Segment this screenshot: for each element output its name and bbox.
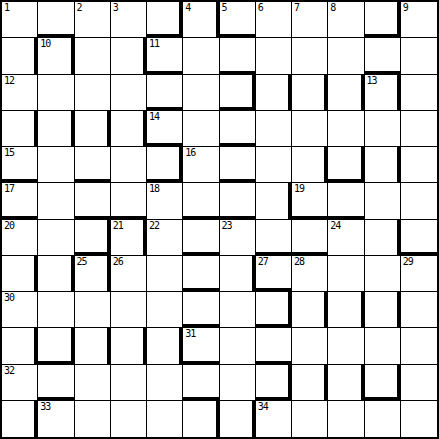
cell-r10-c11[interactable] xyxy=(401,365,437,401)
cell-r11-c4[interactable] xyxy=(147,401,183,437)
cell-r10-c2[interactable] xyxy=(75,365,111,401)
clue-number-19: 19 xyxy=(294,183,304,195)
cell-r4-c7[interactable] xyxy=(256,147,292,183)
clue-number-31: 31 xyxy=(185,328,195,340)
cell-r7-c2[interactable]: 25 xyxy=(75,256,111,292)
cell-r1-c5[interactable] xyxy=(183,38,219,74)
cell-r10-c8[interactable] xyxy=(292,365,328,401)
clue-number-27: 27 xyxy=(258,256,268,268)
cell-r8-c9[interactable] xyxy=(328,292,364,328)
clue-number-6: 6 xyxy=(258,2,263,14)
clue-number-3: 3 xyxy=(113,2,118,14)
cell-r7-c11[interactable]: 29 xyxy=(401,256,437,292)
clue-number-20: 20 xyxy=(4,220,14,232)
cell-r6-c5[interactable] xyxy=(183,220,219,256)
clue-number-26: 26 xyxy=(113,256,123,268)
cell-r3-c2[interactable] xyxy=(75,111,111,147)
cell-r6-c3[interactable]: 21 xyxy=(111,220,147,256)
cell-r2-c10[interactable]: 13 xyxy=(365,75,401,111)
clue-number-4: 4 xyxy=(185,2,190,14)
clue-number-23: 23 xyxy=(222,220,232,232)
cell-r7-c1[interactable] xyxy=(38,256,74,292)
cell-r2-c6[interactable] xyxy=(220,75,256,111)
cell-r8-c3[interactable] xyxy=(111,292,147,328)
clue-number-8: 8 xyxy=(330,2,335,14)
cell-r5-c3[interactable] xyxy=(111,183,147,219)
cell-r5-c8[interactable]: 19 xyxy=(292,183,328,219)
cell-r1-c10[interactable] xyxy=(365,38,401,74)
clue-number-18: 18 xyxy=(149,183,159,195)
cell-r3-c7[interactable] xyxy=(256,111,292,147)
cell-r3-c8[interactable] xyxy=(292,111,328,147)
cell-r8-c11[interactable] xyxy=(401,292,437,328)
cell-r11-c5[interactable] xyxy=(183,401,219,437)
clue-number-17: 17 xyxy=(4,183,14,195)
cell-r5-c6[interactable] xyxy=(220,183,256,219)
cell-r2-c3[interactable] xyxy=(111,75,147,111)
clue-number-16: 16 xyxy=(185,147,195,159)
cell-r3-c11[interactable] xyxy=(401,111,437,147)
cell-r9-c7[interactable] xyxy=(256,328,292,364)
cell-r1-c7[interactable] xyxy=(256,38,292,74)
cell-r6-c6[interactable]: 23 xyxy=(220,220,256,256)
cell-r9-c2[interactable] xyxy=(75,328,111,364)
cell-r8-c6[interactable] xyxy=(220,292,256,328)
cell-r6-c10[interactable] xyxy=(365,220,401,256)
cell-r3-c6[interactable] xyxy=(220,111,256,147)
cell-r0-c10[interactable] xyxy=(365,2,401,38)
cell-r7-c10[interactable] xyxy=(365,256,401,292)
cell-r4-c0[interactable]: 15 xyxy=(2,147,38,183)
cell-r9-c3[interactable] xyxy=(111,328,147,364)
cell-r7-c0[interactable] xyxy=(2,256,38,292)
cell-r0-c3[interactable]: 3 xyxy=(111,2,147,38)
cell-r4-c6[interactable] xyxy=(220,147,256,183)
cell-r1-c11[interactable] xyxy=(401,38,437,74)
cell-r5-c2[interactable] xyxy=(75,183,111,219)
clue-number-2: 2 xyxy=(77,2,82,14)
cell-r7-c6[interactable] xyxy=(220,256,256,292)
cell-r11-c8[interactable] xyxy=(292,401,328,437)
cell-r11-c9[interactable] xyxy=(328,401,364,437)
clue-number-11: 11 xyxy=(149,38,159,50)
cell-r5-c7[interactable] xyxy=(256,183,292,219)
cell-r0-c11[interactable]: 9 xyxy=(401,2,437,38)
cell-r2-c2[interactable] xyxy=(75,75,111,111)
cell-r6-c4[interactable]: 22 xyxy=(147,220,183,256)
cell-r2-c4[interactable] xyxy=(147,75,183,111)
cell-r0-c8[interactable]: 7 xyxy=(292,2,328,38)
cell-r1-c2[interactable] xyxy=(75,38,111,74)
cell-r8-c1[interactable] xyxy=(38,292,74,328)
cell-r4-c11[interactable] xyxy=(401,147,437,183)
clue-number-33: 33 xyxy=(40,401,50,413)
cell-r11-c7[interactable]: 34 xyxy=(256,401,292,437)
cell-r10-c0[interactable]: 32 xyxy=(2,365,38,401)
cell-r8-c10[interactable] xyxy=(365,292,401,328)
clue-number-15: 15 xyxy=(4,147,14,159)
cell-r6-c0[interactable]: 20 xyxy=(2,220,38,256)
clue-number-12: 12 xyxy=(4,75,14,87)
cell-r9-c4[interactable] xyxy=(147,328,183,364)
cell-r1-c4[interactable]: 11 xyxy=(147,38,183,74)
cell-r0-c1[interactable] xyxy=(38,2,74,38)
cell-r8-c2[interactable] xyxy=(75,292,111,328)
cell-r0-c4[interactable] xyxy=(147,2,183,38)
clue-number-32: 32 xyxy=(4,365,14,377)
cell-r5-c1[interactable] xyxy=(38,183,74,219)
cell-r0-c2[interactable]: 2 xyxy=(75,2,111,38)
clue-number-14: 14 xyxy=(149,111,159,123)
clue-number-9: 9 xyxy=(403,2,408,14)
clue-number-1: 1 xyxy=(4,2,9,14)
cell-r1-c3[interactable] xyxy=(111,38,147,74)
cell-r6-c8[interactable] xyxy=(292,220,328,256)
cell-r4-c1[interactable] xyxy=(38,147,74,183)
cell-r11-c2[interactable] xyxy=(75,401,111,437)
cell-r0-c7[interactable]: 6 xyxy=(256,2,292,38)
clue-number-13: 13 xyxy=(367,75,377,87)
clue-number-5: 5 xyxy=(222,2,227,14)
cell-r10-c3[interactable] xyxy=(111,365,147,401)
cell-r2-c7[interactable] xyxy=(256,75,292,111)
clue-number-24: 24 xyxy=(330,220,340,232)
cell-r10-c5[interactable] xyxy=(183,365,219,401)
cell-r11-c6[interactable] xyxy=(220,401,256,437)
cell-r3-c10[interactable] xyxy=(365,111,401,147)
cell-r4-c5[interactable]: 16 xyxy=(183,147,219,183)
cell-r9-c9[interactable] xyxy=(328,328,364,364)
cell-r4-c4[interactable] xyxy=(147,147,183,183)
cell-r8-c8[interactable] xyxy=(292,292,328,328)
cell-r2-c5[interactable] xyxy=(183,75,219,111)
cell-r4-c8[interactable] xyxy=(292,147,328,183)
cell-r8-c0[interactable]: 30 xyxy=(2,292,38,328)
clue-number-21: 21 xyxy=(113,220,123,232)
cell-r7-c7[interactable]: 27 xyxy=(256,256,292,292)
cell-r9-c6[interactable] xyxy=(220,328,256,364)
cell-r9-c10[interactable] xyxy=(365,328,401,364)
cell-r2-c9[interactable] xyxy=(328,75,364,111)
clue-number-34: 34 xyxy=(258,401,268,413)
cell-r6-c7[interactable] xyxy=(256,220,292,256)
cell-r10-c9[interactable] xyxy=(328,365,364,401)
cell-r1-c8[interactable] xyxy=(292,38,328,74)
cell-r9-c8[interactable] xyxy=(292,328,328,364)
clue-number-29: 29 xyxy=(403,256,413,268)
clue-number-25: 25 xyxy=(77,256,87,268)
cell-r6-c1[interactable] xyxy=(38,220,74,256)
cell-r3-c9[interactable] xyxy=(328,111,364,147)
cell-r2-c0[interactable]: 12 xyxy=(2,75,38,111)
cell-r5-c9[interactable] xyxy=(328,183,364,219)
crossword-page: 1234567891011121314151617181920212223242… xyxy=(0,0,439,439)
cell-r7-c9[interactable] xyxy=(328,256,364,292)
cell-r0-c0[interactable]: 1 xyxy=(2,2,38,38)
cell-r5-c0[interactable]: 17 xyxy=(2,183,38,219)
cell-r10-c4[interactable] xyxy=(147,365,183,401)
cell-r6-c2[interactable] xyxy=(75,220,111,256)
clue-number-28: 28 xyxy=(294,256,304,268)
cell-r3-c0[interactable] xyxy=(2,111,38,147)
cell-r8-c7[interactable] xyxy=(256,292,292,328)
cell-r4-c3[interactable] xyxy=(111,147,147,183)
cell-r9-c0[interactable] xyxy=(2,328,38,364)
cell-r2-c11[interactable] xyxy=(401,75,437,111)
cell-r1-c9[interactable] xyxy=(328,38,364,74)
clue-number-30: 30 xyxy=(4,292,14,304)
cell-r0-c9[interactable]: 8 xyxy=(328,2,364,38)
cell-r7-c4[interactable] xyxy=(147,256,183,292)
cell-r7-c3[interactable]: 26 xyxy=(111,256,147,292)
cell-r9-c1[interactable] xyxy=(38,328,74,364)
cell-r11-c1[interactable]: 33 xyxy=(38,401,74,437)
cell-r1-c0[interactable] xyxy=(2,38,38,74)
cell-r10-c1[interactable] xyxy=(38,365,74,401)
cell-r1-c1[interactable]: 10 xyxy=(38,38,74,74)
cell-r0-c5[interactable]: 4 xyxy=(183,2,219,38)
cell-r10-c7[interactable] xyxy=(256,365,292,401)
cell-r3-c5[interactable] xyxy=(183,111,219,147)
clue-number-7: 7 xyxy=(294,2,299,14)
cell-r8-c4[interactable] xyxy=(147,292,183,328)
cell-r9-c5[interactable]: 31 xyxy=(183,328,219,364)
cell-r5-c5[interactable] xyxy=(183,183,219,219)
clue-number-10: 10 xyxy=(40,38,50,50)
cell-r5-c11[interactable] xyxy=(401,183,437,219)
cell-r5-c4[interactable]: 18 xyxy=(147,183,183,219)
cell-r11-c0[interactable] xyxy=(2,401,38,437)
clue-number-22: 22 xyxy=(149,220,159,232)
cell-r0-c6[interactable]: 5 xyxy=(220,2,256,38)
cell-r1-c6[interactable] xyxy=(220,38,256,74)
cell-r11-c10[interactable] xyxy=(365,401,401,437)
cell-r4-c9[interactable] xyxy=(328,147,364,183)
cell-r3-c1[interactable] xyxy=(38,111,74,147)
cell-r6-c11[interactable] xyxy=(401,220,437,256)
crossword-grid: 1234567891011121314151617181920212223242… xyxy=(0,0,439,439)
cell-r9-c11[interactable] xyxy=(401,328,437,364)
cell-r4-c2[interactable] xyxy=(75,147,111,183)
cell-r3-c4[interactable]: 14 xyxy=(147,111,183,147)
cell-r8-c5[interactable] xyxy=(183,292,219,328)
cell-r2-c8[interactable] xyxy=(292,75,328,111)
cell-r6-c9[interactable]: 24 xyxy=(328,220,364,256)
cell-r5-c10[interactable] xyxy=(365,183,401,219)
cell-r7-c8[interactable]: 28 xyxy=(292,256,328,292)
cell-r10-c6[interactable] xyxy=(220,365,256,401)
cell-r11-c3[interactable] xyxy=(111,401,147,437)
cell-r4-c10[interactable] xyxy=(365,147,401,183)
cell-r11-c11[interactable] xyxy=(401,401,437,437)
cell-r2-c1[interactable] xyxy=(38,75,74,111)
cell-r3-c3[interactable] xyxy=(111,111,147,147)
cell-r7-c5[interactable] xyxy=(183,256,219,292)
cell-r10-c10[interactable] xyxy=(365,365,401,401)
